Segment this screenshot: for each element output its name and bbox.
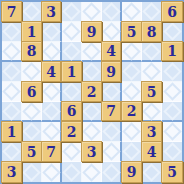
diamond-watermark — [42, 22, 60, 40]
cell-r7c9[interactable] — [162, 122, 182, 142]
cell-r8c4[interactable] — [62, 142, 82, 162]
diamond-watermark — [122, 122, 140, 140]
cell-r1c8[interactable] — [142, 2, 162, 22]
diamond-watermark — [102, 82, 120, 100]
diamond-watermark — [102, 163, 120, 181]
diamond-watermark — [102, 2, 120, 20]
given-tile: 2 — [61, 121, 82, 142]
cell-r3c2: 8 — [22, 42, 42, 62]
cell-r1c3: 3 — [42, 2, 62, 22]
cell-r5c7[interactable] — [122, 82, 142, 102]
diamond-watermark — [122, 142, 140, 160]
diamond-watermark — [42, 122, 60, 140]
cell-r4c3: 4 — [42, 62, 62, 82]
cell-r3c9: 1 — [162, 42, 182, 62]
given-tile: 3 — [1, 161, 22, 183]
diamond-watermark — [2, 22, 20, 40]
diamond-watermark — [22, 122, 40, 140]
given-tile: 8 — [141, 21, 162, 42]
cell-r3c6: 4 — [102, 42, 122, 62]
given-tile: 9 — [121, 161, 142, 183]
diamond-watermark — [82, 42, 100, 60]
cell-r6c4: 6 — [62, 102, 82, 122]
cell-r8c5: 3 — [82, 142, 102, 162]
diamond-watermark — [2, 62, 20, 80]
cell-r5c3[interactable] — [42, 82, 62, 102]
diamond-watermark — [62, 2, 80, 20]
cell-r7c1: 1 — [2, 122, 22, 142]
given-tile: 6 — [21, 81, 42, 102]
cell-r3c5[interactable] — [82, 42, 102, 62]
cell-r5c2: 6 — [22, 82, 42, 102]
given-tile: 4 — [41, 61, 61, 82]
cell-r9c6[interactable] — [102, 162, 122, 182]
cell-r5c6[interactable] — [102, 82, 122, 102]
cell-r7c8: 3 — [142, 122, 162, 142]
cell-r4c6: 9 — [102, 62, 122, 82]
cell-r9c8[interactable] — [142, 162, 162, 182]
given-tile: 3 — [81, 141, 102, 162]
cell-r4c8[interactable] — [142, 62, 162, 82]
diamond-watermark — [122, 42, 140, 60]
given-tile: 6 — [161, 1, 183, 22]
cell-r2c8: 8 — [142, 22, 162, 42]
cell-r8c7[interactable] — [122, 142, 142, 162]
diamond-watermark — [22, 62, 40, 80]
diamond-watermark — [163, 62, 181, 80]
diamond-watermark — [2, 82, 20, 100]
cell-r6c6: 7 — [102, 102, 122, 122]
cell-r6c7: 2 — [122, 102, 142, 122]
given-tile: 6 — [61, 101, 82, 121]
cell-r6c9[interactable] — [162, 102, 182, 122]
cell-r1c9: 6 — [162, 2, 182, 22]
cell-r1c6[interactable] — [102, 2, 122, 22]
given-tile: 4 — [101, 41, 121, 61]
diamond-watermark — [82, 122, 100, 140]
cell-r9c5[interactable] — [82, 162, 102, 182]
diamond-watermark — [102, 142, 120, 160]
cell-r9c9: 5 — [162, 162, 182, 182]
diamond-watermark — [142, 62, 160, 80]
cell-r7c7[interactable] — [122, 122, 142, 142]
diamond-watermark — [42, 102, 60, 120]
diamond-watermark — [102, 22, 120, 40]
cell-r6c3[interactable] — [42, 102, 62, 122]
cell-r4c2[interactable] — [22, 62, 42, 82]
diamond-watermark — [22, 163, 40, 181]
given-tile: 1 — [61, 61, 82, 82]
diamond-watermark — [122, 62, 140, 80]
diamond-watermark — [2, 102, 20, 120]
diamond-watermark — [62, 82, 80, 100]
cell-r7c5[interactable] — [82, 122, 102, 142]
cell-r3c4[interactable] — [62, 42, 82, 62]
cell-r8c2: 5 — [22, 142, 42, 162]
diamond-watermark — [82, 163, 100, 181]
diamond-watermark — [163, 102, 181, 120]
diamond-watermark — [163, 22, 181, 40]
given-tile: 2 — [121, 101, 142, 121]
cell-r2c4[interactable] — [62, 22, 82, 42]
given-tile: 4 — [141, 141, 162, 162]
diamond-watermark — [122, 2, 140, 20]
diamond-watermark — [22, 2, 40, 20]
given-tile: 5 — [21, 141, 42, 162]
cell-r5c8: 5 — [142, 82, 162, 102]
diamond-watermark — [42, 163, 60, 181]
cell-r7c2[interactable] — [22, 122, 42, 142]
diamond-watermark — [62, 42, 80, 60]
cell-r9c2[interactable] — [22, 162, 42, 182]
given-tile: 1 — [21, 21, 42, 42]
diamond-watermark — [163, 122, 181, 140]
diamond-watermark — [42, 42, 60, 60]
cell-r9c3[interactable] — [42, 162, 62, 182]
cell-r1c1: 7 — [2, 2, 22, 22]
diamond-watermark — [102, 122, 120, 140]
given-tile: 3 — [41, 1, 61, 22]
sudoku-board: 73619588414196256721235734395 — [0, 0, 184, 184]
given-tile: 8 — [21, 41, 42, 61]
diamond-watermark — [122, 82, 140, 100]
cell-r5c9[interactable] — [162, 82, 182, 102]
cell-r3c3[interactable] — [42, 42, 62, 62]
cell-r2c7: 5 — [122, 22, 142, 42]
cell-r8c6[interactable] — [102, 142, 122, 162]
cell-r5c4[interactable] — [62, 82, 82, 102]
cell-r2c9[interactable] — [162, 22, 182, 42]
diamond-watermark — [142, 102, 160, 120]
cell-r1c2[interactable] — [22, 2, 42, 22]
cell-r6c5[interactable] — [82, 102, 102, 122]
cell-r7c6[interactable] — [102, 122, 122, 142]
cell-r4c5[interactable] — [82, 62, 102, 82]
given-tile: 9 — [81, 21, 102, 42]
diamond-watermark — [22, 102, 40, 120]
cell-r4c1[interactable] — [2, 62, 22, 82]
diamond-watermark — [82, 2, 100, 20]
cell-r8c1[interactable] — [2, 142, 22, 162]
cell-r1c7[interactable] — [122, 2, 142, 22]
given-tile: 1 — [161, 41, 183, 61]
given-tile: 7 — [1, 1, 22, 22]
cell-r8c8: 4 — [142, 142, 162, 162]
diamond-watermark — [42, 82, 60, 100]
cell-r9c4[interactable] — [62, 162, 82, 182]
given-tile: 5 — [161, 161, 183, 183]
diamond-watermark — [82, 62, 100, 80]
given-tile: 7 — [41, 141, 61, 162]
diamond-watermark — [82, 102, 100, 120]
diamond-watermark — [62, 142, 80, 160]
diamond-watermark — [2, 42, 20, 60]
cell-r7c3[interactable] — [42, 122, 62, 142]
cell-r4c9[interactable] — [162, 62, 182, 82]
cell-r1c4[interactable] — [62, 2, 82, 22]
cell-r4c4: 1 — [62, 62, 82, 82]
cell-r2c6[interactable] — [102, 22, 122, 42]
cell-r6c1[interactable] — [2, 102, 22, 122]
diamond-watermark — [142, 42, 160, 60]
cell-r6c8[interactable] — [142, 102, 162, 122]
cell-r8c9[interactable] — [162, 142, 182, 162]
given-tile: 7 — [101, 101, 121, 121]
given-tile: 3 — [141, 121, 162, 142]
cell-r2c2: 1 — [22, 22, 42, 42]
diamond-watermark — [62, 22, 80, 40]
cell-r1c5[interactable] — [82, 2, 102, 22]
cell-r2c1[interactable] — [2, 22, 22, 42]
cell-r7c4: 2 — [62, 122, 82, 142]
diamond-watermark — [142, 163, 160, 181]
given-tile: 5 — [141, 81, 162, 102]
cell-r9c7: 9 — [122, 162, 142, 182]
cell-r6c2[interactable] — [22, 102, 42, 122]
cell-r2c3[interactable] — [42, 22, 62, 42]
cell-r3c8[interactable] — [142, 42, 162, 62]
cell-r9c1: 3 — [2, 162, 22, 182]
given-tile: 2 — [81, 81, 102, 102]
given-tile: 9 — [101, 61, 121, 82]
given-tile: 1 — [1, 121, 22, 142]
diamond-watermark — [62, 163, 80, 181]
cell-r4c7[interactable] — [122, 62, 142, 82]
diamond-watermark — [163, 142, 181, 160]
diamond-watermark — [2, 142, 20, 160]
cell-r8c3: 7 — [42, 142, 62, 162]
given-tile: 5 — [121, 21, 142, 42]
diamond-watermark — [142, 2, 160, 20]
cell-r5c5: 2 — [82, 82, 102, 102]
cell-r3c7[interactable] — [122, 42, 142, 62]
cell-r2c5: 9 — [82, 22, 102, 42]
cell-r5c1[interactable] — [2, 82, 22, 102]
cell-r3c1[interactable] — [2, 42, 22, 62]
diamond-watermark — [163, 82, 181, 100]
